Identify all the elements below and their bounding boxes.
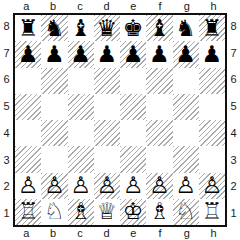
square-a5[interactable] <box>15 94 41 120</box>
piece-white-pawn[interactable]: ♙ <box>202 174 223 197</box>
square-h6[interactable] <box>199 68 225 94</box>
square-b7[interactable]: ♟ <box>41 41 67 67</box>
piece-black-pawn[interactable]: ♟ <box>70 43 91 66</box>
piece-black-knight[interactable]: ♞ <box>44 17 65 40</box>
piece-black-bishop[interactable]: ♝ <box>70 17 91 40</box>
rank-label-left-4: 4 <box>0 120 13 147</box>
piece-white-queen[interactable]: ♕ <box>97 200 118 223</box>
piece-white-pawn[interactable]: ♙ <box>70 174 91 197</box>
file-labels-bottom: abcdefgh <box>13 227 227 240</box>
piece-white-pawn[interactable]: ♙ <box>123 174 144 197</box>
square-a4[interactable] <box>15 120 41 146</box>
square-a1[interactable]: ♖ <box>15 199 41 225</box>
piece-white-rook[interactable]: ♖ <box>18 200 39 223</box>
piece-black-pawn[interactable]: ♟ <box>149 43 170 66</box>
square-f3[interactable] <box>146 146 172 172</box>
square-h2[interactable]: ♙ <box>199 173 225 199</box>
rank-label-right-5: 5 <box>227 93 240 120</box>
square-c6[interactable] <box>68 68 94 94</box>
file-label-bottom-g: g <box>174 227 201 240</box>
square-d5[interactable] <box>94 94 120 120</box>
square-b4[interactable] <box>41 120 67 146</box>
square-h5[interactable] <box>199 94 225 120</box>
square-c3[interactable] <box>68 146 94 172</box>
square-f4[interactable] <box>146 120 172 146</box>
chess-diagram: abcdefgh abcdefgh 87654321 87654321 ♜♞♝♛… <box>0 0 240 240</box>
square-f7[interactable]: ♟ <box>146 41 172 67</box>
square-e5[interactable] <box>120 94 146 120</box>
rank-label-left-1: 1 <box>0 200 13 227</box>
square-g2[interactable]: ♙ <box>173 173 199 199</box>
square-e2[interactable]: ♙ <box>120 173 146 199</box>
square-g3[interactable] <box>173 146 199 172</box>
piece-white-pawn[interactable]: ♙ <box>18 174 39 197</box>
square-c8[interactable]: ♝ <box>68 15 94 41</box>
square-b3[interactable] <box>41 146 67 172</box>
file-label-bottom-c: c <box>67 227 94 240</box>
square-a2[interactable]: ♙ <box>15 173 41 199</box>
square-d1[interactable]: ♕ <box>94 199 120 225</box>
piece-white-knight[interactable]: ♘ <box>175 200 196 223</box>
square-g1[interactable]: ♘ <box>173 199 199 225</box>
square-e1[interactable]: ♔ <box>120 199 146 225</box>
square-f1[interactable]: ♗ <box>146 199 172 225</box>
square-d7[interactable]: ♟ <box>94 41 120 67</box>
piece-black-queen[interactable]: ♛ <box>97 17 118 40</box>
file-label-bottom-d: d <box>93 227 120 240</box>
piece-white-rook[interactable]: ♖ <box>202 200 223 223</box>
square-g5[interactable] <box>173 94 199 120</box>
square-b1[interactable]: ♘ <box>41 199 67 225</box>
piece-white-bishop[interactable]: ♗ <box>149 200 170 223</box>
square-c4[interactable] <box>68 120 94 146</box>
file-labels-top: abcdefgh <box>13 0 227 13</box>
square-g4[interactable] <box>173 120 199 146</box>
square-c7[interactable]: ♟ <box>68 41 94 67</box>
square-e6[interactable] <box>120 68 146 94</box>
square-h4[interactable] <box>199 120 225 146</box>
square-c2[interactable]: ♙ <box>68 173 94 199</box>
file-label-bottom-f: f <box>147 227 174 240</box>
square-f5[interactable] <box>146 94 172 120</box>
square-g7[interactable]: ♟ <box>173 41 199 67</box>
square-h8[interactable]: ♜ <box>199 15 225 41</box>
square-f6[interactable] <box>146 68 172 94</box>
rank-label-right-2: 2 <box>227 174 240 201</box>
piece-white-pawn[interactable]: ♙ <box>149 174 170 197</box>
rank-label-left-8: 8 <box>0 13 13 40</box>
piece-black-rook[interactable]: ♜ <box>202 17 223 40</box>
rank-label-left-3: 3 <box>0 147 13 174</box>
rank-label-right-1: 1 <box>227 200 240 227</box>
file-label-top-h: h <box>200 0 227 13</box>
square-d6[interactable] <box>94 68 120 94</box>
rank-label-left-6: 6 <box>0 67 13 94</box>
piece-white-pawn[interactable]: ♙ <box>97 174 118 197</box>
square-g8[interactable]: ♞ <box>173 15 199 41</box>
rank-labels-right: 87654321 <box>227 13 240 227</box>
square-b8[interactable]: ♞ <box>41 15 67 41</box>
piece-black-pawn[interactable]: ♟ <box>123 43 144 66</box>
rank-label-left-2: 2 <box>0 174 13 201</box>
square-h7[interactable]: ♟ <box>199 41 225 67</box>
file-label-bottom-a: a <box>13 227 40 240</box>
file-label-top-f: f <box>147 0 174 13</box>
file-label-top-e: e <box>120 0 147 13</box>
rank-label-right-4: 4 <box>227 120 240 147</box>
square-c5[interactable] <box>68 94 94 120</box>
square-b5[interactable] <box>41 94 67 120</box>
file-label-top-b: b <box>40 0 67 13</box>
file-label-bottom-e: e <box>120 227 147 240</box>
square-e3[interactable] <box>120 146 146 172</box>
square-a6[interactable] <box>15 68 41 94</box>
piece-white-knight[interactable]: ♘ <box>44 200 65 223</box>
square-d8[interactable]: ♛ <box>94 15 120 41</box>
rank-label-left-7: 7 <box>0 40 13 67</box>
rank-label-right-3: 3 <box>227 147 240 174</box>
piece-white-pawn[interactable]: ♙ <box>44 174 65 197</box>
square-b2[interactable]: ♙ <box>41 173 67 199</box>
square-d3[interactable] <box>94 146 120 172</box>
piece-black-knight[interactable]: ♞ <box>175 17 196 40</box>
file-label-bottom-b: b <box>40 227 67 240</box>
piece-black-pawn[interactable]: ♟ <box>97 43 118 66</box>
piece-black-rook[interactable]: ♜ <box>18 17 39 40</box>
piece-black-king[interactable]: ♚ <box>123 17 144 40</box>
chessboard: ♜♞♝♛♚♝♞♜♟♟♟♟♟♟♟♟♙♙♙♙♙♙♙♙♖♘♗♕♔♗♘♖ <box>13 13 227 227</box>
file-label-top-d: d <box>93 0 120 13</box>
square-c1[interactable]: ♗ <box>68 199 94 225</box>
rank-labels-left: 87654321 <box>0 13 13 227</box>
square-f2[interactable]: ♙ <box>146 173 172 199</box>
piece-white-pawn[interactable]: ♙ <box>175 174 196 197</box>
square-e7[interactable]: ♟ <box>120 41 146 67</box>
square-h1[interactable]: ♖ <box>199 199 225 225</box>
square-d2[interactable]: ♙ <box>94 173 120 199</box>
file-label-top-g: g <box>174 0 201 13</box>
piece-black-pawn[interactable]: ♟ <box>202 43 223 66</box>
file-label-top-c: c <box>67 0 94 13</box>
square-d4[interactable] <box>94 120 120 146</box>
square-e8[interactable]: ♚ <box>120 15 146 41</box>
rank-label-right-7: 7 <box>227 40 240 67</box>
piece-black-bishop[interactable]: ♝ <box>149 17 170 40</box>
square-a7[interactable]: ♟ <box>15 41 41 67</box>
piece-black-pawn[interactable]: ♟ <box>175 43 196 66</box>
square-a8[interactable]: ♜ <box>15 15 41 41</box>
piece-black-pawn[interactable]: ♟ <box>44 43 65 66</box>
file-label-top-a: a <box>13 0 40 13</box>
square-e4[interactable] <box>120 120 146 146</box>
square-g6[interactable] <box>173 68 199 94</box>
rank-label-left-5: 5 <box>0 93 13 120</box>
square-h3[interactable] <box>199 146 225 172</box>
file-label-bottom-h: h <box>200 227 227 240</box>
piece-black-pawn[interactable]: ♟ <box>18 43 39 66</box>
rank-label-right-6: 6 <box>227 67 240 94</box>
rank-label-right-8: 8 <box>227 13 240 40</box>
piece-white-king[interactable]: ♔ <box>123 200 144 223</box>
square-b6[interactable] <box>41 68 67 94</box>
square-f8[interactable]: ♝ <box>146 15 172 41</box>
square-a3[interactable] <box>15 146 41 172</box>
piece-white-bishop[interactable]: ♗ <box>70 200 91 223</box>
